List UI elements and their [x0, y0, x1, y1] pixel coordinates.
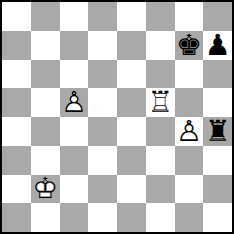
- square-g2[interactable]: [175, 175, 204, 204]
- square-e5[interactable]: [117, 88, 146, 117]
- square-f4[interactable]: [146, 117, 175, 146]
- square-h3[interactable]: [203, 146, 232, 175]
- piece-white-king[interactable]: ♚♔: [31, 175, 60, 204]
- square-h6[interactable]: [203, 60, 232, 89]
- square-a4[interactable]: [2, 117, 31, 146]
- square-b5[interactable]: [31, 88, 60, 117]
- square-c4[interactable]: [60, 117, 89, 146]
- square-f5[interactable]: ♜♖: [146, 88, 175, 117]
- square-b2[interactable]: ♚♔: [31, 175, 60, 204]
- king-icon: ♔: [31, 175, 60, 204]
- square-f7[interactable]: [146, 31, 175, 60]
- square-b6[interactable]: [31, 60, 60, 89]
- square-c7[interactable]: [60, 31, 89, 60]
- square-a1[interactable]: [2, 203, 31, 232]
- square-e1[interactable]: [117, 203, 146, 232]
- square-h5[interactable]: [203, 88, 232, 117]
- square-h7[interactable]: ♟: [203, 31, 232, 60]
- square-e6[interactable]: [117, 60, 146, 89]
- square-b7[interactable]: [31, 31, 60, 60]
- square-d1[interactable]: [88, 203, 117, 232]
- piece-white-pawn[interactable]: ♟♙: [175, 117, 204, 146]
- square-f6[interactable]: [146, 60, 175, 89]
- pawn-icon: ♙: [60, 88, 89, 117]
- pawn-icon: ♟: [203, 31, 232, 60]
- square-h8[interactable]: [203, 2, 232, 31]
- piece-black-rook[interactable]: ♜: [203, 117, 232, 146]
- square-h2[interactable]: [203, 175, 232, 204]
- chess-board: ♚♟♟♙♜♖♟♙♜♚♔: [0, 0, 234, 234]
- square-g7[interactable]: ♚: [175, 31, 204, 60]
- square-a8[interactable]: [2, 2, 31, 31]
- square-g6[interactable]: [175, 60, 204, 89]
- square-g5[interactable]: [175, 88, 204, 117]
- square-d2[interactable]: [88, 175, 117, 204]
- piece-black-pawn[interactable]: ♟: [203, 31, 232, 60]
- square-d6[interactable]: [88, 60, 117, 89]
- square-b8[interactable]: [31, 2, 60, 31]
- square-e4[interactable]: [117, 117, 146, 146]
- square-a2[interactable]: [2, 175, 31, 204]
- square-d4[interactable]: [88, 117, 117, 146]
- square-a6[interactable]: [2, 60, 31, 89]
- square-g4[interactable]: ♟♙: [175, 117, 204, 146]
- square-g8[interactable]: [175, 2, 204, 31]
- square-c1[interactable]: [60, 203, 89, 232]
- square-b3[interactable]: [31, 146, 60, 175]
- square-g3[interactable]: [175, 146, 204, 175]
- square-f3[interactable]: [146, 146, 175, 175]
- square-d3[interactable]: [88, 146, 117, 175]
- square-e2[interactable]: [117, 175, 146, 204]
- square-h4[interactable]: ♜: [203, 117, 232, 146]
- square-h1[interactable]: [203, 203, 232, 232]
- piece-black-king[interactable]: ♚: [175, 31, 204, 60]
- square-b4[interactable]: [31, 117, 60, 146]
- square-e8[interactable]: [117, 2, 146, 31]
- piece-white-pawn[interactable]: ♟♙: [60, 88, 89, 117]
- square-c2[interactable]: [60, 175, 89, 204]
- square-f8[interactable]: [146, 2, 175, 31]
- square-f2[interactable]: [146, 175, 175, 204]
- square-a7[interactable]: [2, 31, 31, 60]
- square-b1[interactable]: [31, 203, 60, 232]
- square-c3[interactable]: [60, 146, 89, 175]
- piece-white-rook[interactable]: ♜♖: [146, 88, 175, 117]
- square-g1[interactable]: [175, 203, 204, 232]
- rook-icon: ♜: [203, 117, 232, 146]
- king-icon: ♚: [175, 31, 204, 60]
- square-c6[interactable]: [60, 60, 89, 89]
- square-d5[interactable]: [88, 88, 117, 117]
- square-d8[interactable]: [88, 2, 117, 31]
- square-a3[interactable]: [2, 146, 31, 175]
- square-e3[interactable]: [117, 146, 146, 175]
- square-a5[interactable]: [2, 88, 31, 117]
- square-e7[interactable]: [117, 31, 146, 60]
- pawn-icon: ♙: [175, 117, 204, 146]
- square-c8[interactable]: [60, 2, 89, 31]
- square-f1[interactable]: [146, 203, 175, 232]
- rook-icon: ♖: [146, 88, 175, 117]
- square-c5[interactable]: ♟♙: [60, 88, 89, 117]
- square-d7[interactable]: [88, 31, 117, 60]
